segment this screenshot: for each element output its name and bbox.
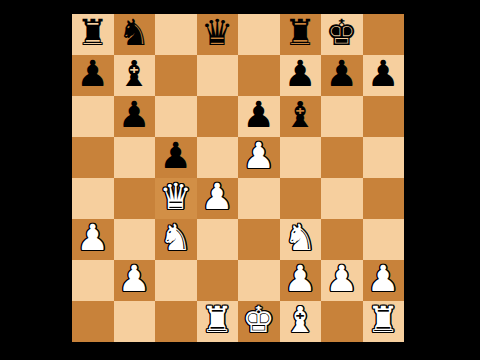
black-bishop[interactable]: ♝	[118, 56, 150, 95]
square-h7[interactable]: ♟	[363, 55, 405, 96]
square-e2[interactable]	[238, 260, 280, 301]
chess-app-screen: ♜♞♛♜♚♟♝♟♟♟♟♟♝♟♟♛♟♟♞♞♟♟♟♟♜♚♝♜	[0, 0, 480, 360]
square-h4[interactable]	[363, 178, 405, 219]
square-a4[interactable]	[72, 178, 114, 219]
square-a8[interactable]: ♜	[72, 14, 114, 55]
square-a3[interactable]: ♟	[72, 219, 114, 260]
square-e7[interactable]	[238, 55, 280, 96]
white-rook[interactable]: ♜	[367, 302, 399, 341]
square-e1[interactable]: ♚	[238, 301, 280, 342]
square-f8[interactable]: ♜	[280, 14, 322, 55]
square-d4[interactable]: ♟	[197, 178, 239, 219]
square-h8[interactable]	[363, 14, 405, 55]
square-g4[interactable]	[321, 178, 363, 219]
square-a1[interactable]	[72, 301, 114, 342]
square-d5[interactable]	[197, 137, 239, 178]
square-a5[interactable]	[72, 137, 114, 178]
square-a2[interactable]	[72, 260, 114, 301]
square-g7[interactable]: ♟	[321, 55, 363, 96]
square-e6[interactable]: ♟	[238, 96, 280, 137]
square-b6[interactable]: ♟	[114, 96, 156, 137]
square-d6[interactable]	[197, 96, 239, 137]
square-f6[interactable]: ♝	[280, 96, 322, 137]
square-d8[interactable]: ♛	[197, 14, 239, 55]
black-king[interactable]: ♚	[326, 15, 358, 54]
white-pawn[interactable]: ♟	[201, 179, 233, 218]
square-f5[interactable]	[280, 137, 322, 178]
square-c4[interactable]: ♛	[155, 178, 197, 219]
square-f1[interactable]: ♝	[280, 301, 322, 342]
square-b7[interactable]: ♝	[114, 55, 156, 96]
white-pawn[interactable]: ♟	[284, 261, 316, 300]
square-h2[interactable]: ♟	[363, 260, 405, 301]
white-pawn[interactable]: ♟	[243, 138, 275, 177]
square-c5[interactable]: ♟	[155, 137, 197, 178]
square-h5[interactable]	[363, 137, 405, 178]
square-f2[interactable]: ♟	[280, 260, 322, 301]
black-pawn[interactable]: ♟	[243, 97, 275, 136]
black-pawn[interactable]: ♟	[284, 56, 316, 95]
black-pawn[interactable]: ♟	[160, 138, 192, 177]
white-knight[interactable]: ♞	[160, 220, 192, 259]
square-g3[interactable]	[321, 219, 363, 260]
square-g1[interactable]	[321, 301, 363, 342]
square-h1[interactable]: ♜	[363, 301, 405, 342]
square-f3[interactable]: ♞	[280, 219, 322, 260]
square-g6[interactable]	[321, 96, 363, 137]
square-d2[interactable]	[197, 260, 239, 301]
white-pawn[interactable]: ♟	[77, 220, 109, 259]
square-b2[interactable]: ♟	[114, 260, 156, 301]
white-bishop[interactable]: ♝	[284, 302, 316, 341]
white-king[interactable]: ♚	[243, 302, 275, 341]
square-c6[interactable]	[155, 96, 197, 137]
square-c3[interactable]: ♞	[155, 219, 197, 260]
black-pawn[interactable]: ♟	[118, 97, 150, 136]
black-pawn[interactable]: ♟	[367, 56, 399, 95]
black-queen[interactable]: ♛	[201, 15, 233, 54]
white-queen[interactable]: ♛	[160, 179, 192, 218]
square-f4[interactable]	[280, 178, 322, 219]
white-knight[interactable]: ♞	[284, 220, 316, 259]
square-c8[interactable]	[155, 14, 197, 55]
white-pawn[interactable]: ♟	[367, 261, 399, 300]
square-e8[interactable]	[238, 14, 280, 55]
square-g5[interactable]	[321, 137, 363, 178]
square-b4[interactable]	[114, 178, 156, 219]
square-g2[interactable]: ♟	[321, 260, 363, 301]
black-bishop[interactable]: ♝	[284, 97, 316, 136]
square-b8[interactable]: ♞	[114, 14, 156, 55]
square-h3[interactable]	[363, 219, 405, 260]
black-pawn[interactable]: ♟	[326, 56, 358, 95]
square-e3[interactable]	[238, 219, 280, 260]
square-c1[interactable]	[155, 301, 197, 342]
square-a7[interactable]: ♟	[72, 55, 114, 96]
square-g8[interactable]: ♚	[321, 14, 363, 55]
square-f7[interactable]: ♟	[280, 55, 322, 96]
square-b5[interactable]	[114, 137, 156, 178]
square-e4[interactable]	[238, 178, 280, 219]
square-c2[interactable]	[155, 260, 197, 301]
chess-board: ♜♞♛♜♚♟♝♟♟♟♟♟♝♟♟♛♟♟♞♞♟♟♟♟♜♚♝♜	[72, 14, 404, 342]
square-d3[interactable]	[197, 219, 239, 260]
square-b1[interactable]	[114, 301, 156, 342]
square-a6[interactable]	[72, 96, 114, 137]
square-b3[interactable]	[114, 219, 156, 260]
white-pawn[interactable]: ♟	[118, 261, 150, 300]
black-rook[interactable]: ♜	[284, 15, 316, 54]
square-c7[interactable]	[155, 55, 197, 96]
square-d7[interactable]	[197, 55, 239, 96]
white-rook[interactable]: ♜	[201, 302, 233, 341]
square-d1[interactable]: ♜	[197, 301, 239, 342]
square-h6[interactable]	[363, 96, 405, 137]
square-e5[interactable]: ♟	[238, 137, 280, 178]
black-knight[interactable]: ♞	[118, 15, 150, 54]
black-rook[interactable]: ♜	[77, 15, 109, 54]
black-pawn[interactable]: ♟	[77, 56, 109, 95]
white-pawn[interactable]: ♟	[326, 261, 358, 300]
